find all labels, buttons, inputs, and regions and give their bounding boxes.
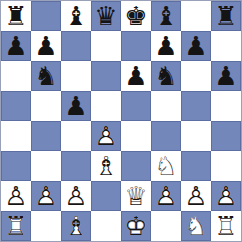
piece-black-pawn[interactable]: ♟ [211,61,241,91]
white-bishop-outline-glyph: ♗ [91,151,121,181]
piece-white-pawn[interactable]: ♟♙ [211,181,241,211]
piece-white-bishop[interactable]: ♝♗ [61,211,91,241]
square-e2[interactable]: ♛♕ [121,181,151,211]
piece-black-bishop[interactable]: ♝ [61,1,91,31]
square-b1[interactable] [31,211,61,241]
white-knight-outline-glyph: ♘ [151,151,181,181]
square-e5[interactable] [121,91,151,121]
square-a4[interactable] [1,121,31,151]
square-d3[interactable]: ♝♗ [91,151,121,181]
piece-black-pawn[interactable]: ♟ [121,61,151,91]
square-e6[interactable]: ♟ [121,61,151,91]
square-e3[interactable] [121,151,151,181]
piece-black-king[interactable]: ♚ [121,1,151,31]
piece-white-queen[interactable]: ♛♕ [121,181,151,211]
white-pawn-outline-glyph: ♙ [31,181,61,211]
square-b2[interactable]: ♟♙ [31,181,61,211]
white-rook-outline-glyph: ♖ [211,211,241,241]
square-b8[interactable] [31,1,61,31]
square-d8[interactable]: ♛ [91,1,121,31]
black-king-glyph: ♚ [121,1,151,31]
black-pawn-glyph: ♟ [31,31,61,61]
square-f1[interactable] [151,211,181,241]
square-h2[interactable]: ♟♙ [211,181,241,211]
white-pawn-outline-glyph: ♙ [151,181,181,211]
piece-white-knight[interactable]: ♞♘ [151,151,181,181]
piece-white-pawn[interactable]: ♟♙ [151,181,181,211]
piece-white-pawn[interactable]: ♟♙ [1,181,31,211]
square-f2[interactable]: ♟♙ [151,181,181,211]
black-knight-glyph: ♞ [151,61,181,91]
square-f5[interactable] [151,91,181,121]
black-pawn-glyph: ♟ [181,31,211,61]
square-g1[interactable]: ♞♘ [181,211,211,241]
white-pawn-outline-glyph: ♙ [211,181,241,211]
square-c3[interactable] [61,151,91,181]
square-h7[interactable] [211,31,241,61]
piece-black-knight[interactable]: ♞ [31,61,61,91]
square-d1[interactable] [91,211,121,241]
square-c7[interactable] [61,31,91,61]
piece-black-rook[interactable]: ♜ [1,1,31,31]
square-g6[interactable] [181,61,211,91]
square-f6[interactable]: ♞ [151,61,181,91]
black-rook-glyph: ♜ [1,1,31,31]
square-b7[interactable]: ♟ [31,31,61,61]
chess-board: ♜♝♛♚♝♜♟♟♟♟♞♟♞♟♟♟♙♝♗♞♘♟♙♟♙♟♙♛♕♟♙♟♙♟♙♜♖♝♗♚… [0,0,242,242]
square-g2[interactable]: ♟♙ [181,181,211,211]
piece-black-pawn[interactable]: ♟ [1,31,31,61]
square-b5[interactable] [31,91,61,121]
white-knight-outline-glyph: ♘ [181,211,211,241]
square-e7[interactable] [121,31,151,61]
square-g3[interactable] [181,151,211,181]
piece-white-king[interactable]: ♚♔ [121,211,151,241]
piece-white-pawn[interactable]: ♟♙ [181,181,211,211]
piece-black-pawn[interactable]: ♟ [61,91,91,121]
square-d5[interactable] [91,91,121,121]
square-g7[interactable]: ♟ [181,31,211,61]
white-king-outline-glyph: ♔ [121,211,151,241]
square-c5[interactable]: ♟ [61,91,91,121]
square-c8[interactable]: ♝ [61,1,91,31]
piece-black-pawn[interactable]: ♟ [31,31,61,61]
white-pawn-outline-glyph: ♙ [1,181,31,211]
piece-white-knight[interactable]: ♞♘ [181,211,211,241]
white-rook-outline-glyph: ♖ [1,211,31,241]
piece-black-pawn[interactable]: ♟ [181,31,211,61]
square-b3[interactable] [31,151,61,181]
piece-white-bishop[interactable]: ♝♗ [91,151,121,181]
square-a6[interactable] [1,61,31,91]
black-rook-glyph: ♜ [211,1,241,31]
square-c6[interactable] [61,61,91,91]
square-g8[interactable] [181,1,211,31]
square-f7[interactable]: ♟ [151,31,181,61]
square-g5[interactable] [181,91,211,121]
square-a3[interactable] [1,151,31,181]
square-c2[interactable]: ♟♙ [61,181,91,211]
square-g4[interactable] [181,121,211,151]
white-pawn-outline-glyph: ♙ [181,181,211,211]
square-d4[interactable]: ♟♙ [91,121,121,151]
white-queen-outline-glyph: ♕ [121,181,151,211]
square-e8[interactable]: ♚ [121,1,151,31]
square-c4[interactable] [61,121,91,151]
square-h1[interactable]: ♜♖ [211,211,241,241]
black-bishop-glyph: ♝ [151,1,181,31]
square-a5[interactable] [1,91,31,121]
square-a1[interactable]: ♜♖ [1,211,31,241]
white-pawn-outline-glyph: ♙ [91,121,121,151]
white-bishop-outline-glyph: ♗ [61,211,91,241]
piece-black-bishop[interactable]: ♝ [151,1,181,31]
square-d2[interactable] [91,181,121,211]
square-b6[interactable]: ♞ [31,61,61,91]
square-h3[interactable] [211,151,241,181]
square-h5[interactable] [211,91,241,121]
square-a8[interactable]: ♜ [1,1,31,31]
black-pawn-glyph: ♟ [61,91,91,121]
piece-black-knight[interactable]: ♞ [151,61,181,91]
black-pawn-glyph: ♟ [121,61,151,91]
black-bishop-glyph: ♝ [61,1,91,31]
white-pawn-outline-glyph: ♙ [61,181,91,211]
black-knight-glyph: ♞ [31,61,61,91]
square-h8[interactable]: ♜ [211,1,241,31]
square-h4[interactable] [211,121,241,151]
square-a7[interactable]: ♟ [1,31,31,61]
square-h6[interactable]: ♟ [211,61,241,91]
piece-white-rook[interactable]: ♜♖ [1,211,31,241]
square-d6[interactable] [91,61,121,91]
piece-white-pawn[interactable]: ♟♙ [31,181,61,211]
square-f8[interactable]: ♝ [151,1,181,31]
black-pawn-glyph: ♟ [1,31,31,61]
square-f3[interactable]: ♞♘ [151,151,181,181]
black-pawn-glyph: ♟ [151,31,181,61]
square-b4[interactable] [31,121,61,151]
square-e1[interactable]: ♚♔ [121,211,151,241]
square-e4[interactable] [121,121,151,151]
piece-white-rook[interactable]: ♜♖ [211,211,241,241]
black-pawn-glyph: ♟ [211,61,241,91]
square-a2[interactable]: ♟♙ [1,181,31,211]
square-d7[interactable] [91,31,121,61]
piece-black-rook[interactable]: ♜ [211,1,241,31]
piece-white-pawn[interactable]: ♟♙ [61,181,91,211]
piece-white-pawn[interactable]: ♟♙ [91,121,121,151]
square-f4[interactable] [151,121,181,151]
square-c1[interactable]: ♝♗ [61,211,91,241]
piece-black-queen[interactable]: ♛ [91,1,121,31]
piece-black-pawn[interactable]: ♟ [151,31,181,61]
black-queen-glyph: ♛ [91,1,121,31]
